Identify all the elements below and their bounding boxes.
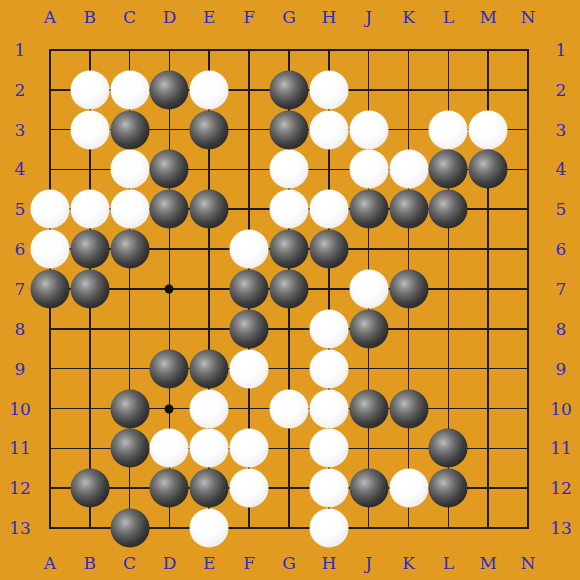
intersection-J1[interactable] <box>349 30 389 70</box>
white-stone-H13[interactable] <box>309 509 348 548</box>
intersection-M5[interactable] <box>468 189 508 229</box>
intersection-K13[interactable] <box>389 508 429 548</box>
intersection-H9[interactable] <box>309 349 349 389</box>
intersection-C6[interactable] <box>110 229 150 269</box>
intersection-K9[interactable] <box>389 349 429 389</box>
column-label: N <box>508 551 548 575</box>
column-label: K <box>389 5 429 29</box>
column-label: M <box>468 551 508 575</box>
intersection-G6[interactable] <box>269 229 309 269</box>
intersection-M1[interactable] <box>468 30 508 70</box>
intersection-B7[interactable] <box>70 269 110 309</box>
intersection-F1[interactable] <box>229 30 269 70</box>
intersection-E5[interactable] <box>189 189 229 229</box>
white-stone-F12[interactable] <box>230 469 269 508</box>
intersection-N7[interactable] <box>508 269 548 309</box>
intersection-B10[interactable] <box>70 389 110 429</box>
intersection-J10[interactable] <box>349 389 389 429</box>
intersection-N3[interactable] <box>508 110 548 150</box>
intersection-B11[interactable] <box>70 428 110 468</box>
intersection-A4[interactable] <box>30 150 70 190</box>
white-stone-G10[interactable] <box>269 389 308 428</box>
column-label: J <box>349 5 389 29</box>
column-label: A <box>30 551 70 575</box>
intersection-D10[interactable] <box>150 389 190 429</box>
intersection-N13[interactable] <box>508 508 548 548</box>
black-stone-B7[interactable] <box>70 269 109 308</box>
black-stone-A7[interactable] <box>30 269 69 308</box>
intersection-N1[interactable] <box>508 30 548 70</box>
column-label: D <box>150 5 190 29</box>
intersection-D4[interactable] <box>150 150 190 190</box>
white-stone-C2[interactable] <box>110 70 149 109</box>
intersection-J6[interactable] <box>349 229 389 269</box>
column-label: H <box>309 5 349 29</box>
intersection-K6[interactable] <box>389 229 429 269</box>
intersection-K10[interactable] <box>389 389 429 429</box>
black-stone-C3[interactable] <box>110 110 149 149</box>
black-stone-M4[interactable] <box>469 150 508 189</box>
black-stone-K7[interactable] <box>389 269 428 308</box>
white-stone-J7[interactable] <box>349 269 388 308</box>
row-label: 4 <box>549 150 573 190</box>
intersection-L11[interactable] <box>428 428 468 468</box>
intersection-A9[interactable] <box>30 349 70 389</box>
intersection-M6[interactable] <box>468 229 508 269</box>
intersection-H4[interactable] <box>309 150 349 190</box>
black-stone-K10[interactable] <box>389 389 428 428</box>
intersection-C4[interactable] <box>110 150 150 190</box>
intersection-F12[interactable] <box>229 468 269 508</box>
intersection-M12[interactable] <box>468 468 508 508</box>
black-stone-J10[interactable] <box>349 389 388 428</box>
intersection-N4[interactable] <box>508 150 548 190</box>
intersection-D1[interactable] <box>150 30 190 70</box>
column-label: F <box>229 5 269 29</box>
black-stone-D4[interactable] <box>150 150 189 189</box>
row-label: 7 <box>8 269 32 309</box>
white-stone-A5[interactable] <box>30 190 69 229</box>
black-stone-J5[interactable] <box>349 190 388 229</box>
black-stone-D9[interactable] <box>150 349 189 388</box>
intersection-A10[interactable] <box>30 389 70 429</box>
intersection-B12[interactable] <box>70 468 110 508</box>
white-stone-H9[interactable] <box>309 349 348 388</box>
intersection-F8[interactable] <box>229 309 269 349</box>
intersection-M10[interactable] <box>468 389 508 429</box>
intersection-C10[interactable] <box>110 389 150 429</box>
intersection-A7[interactable] <box>30 269 70 309</box>
black-stone-G7[interactable] <box>269 269 308 308</box>
intersection-L8[interactable] <box>428 309 468 349</box>
intersection-A13[interactable] <box>30 508 70 548</box>
intersection-N8[interactable] <box>508 309 548 349</box>
black-stone-D2[interactable] <box>150 70 189 109</box>
intersection-K11[interactable] <box>389 428 429 468</box>
column-label: N <box>508 5 548 29</box>
intersection-M3[interactable] <box>468 110 508 150</box>
column-label: D <box>150 551 190 575</box>
intersection-L10[interactable] <box>428 389 468 429</box>
row-label: 2 <box>549 70 573 110</box>
intersection-H3[interactable] <box>309 110 349 150</box>
black-stone-C6[interactable] <box>110 230 149 269</box>
black-stone-G6[interactable] <box>269 230 308 269</box>
black-stone-D5[interactable] <box>150 190 189 229</box>
column-label: F <box>229 551 269 575</box>
intersection-F9[interactable] <box>229 349 269 389</box>
intersection-C5[interactable] <box>110 189 150 229</box>
intersection-E4[interactable] <box>189 150 229 190</box>
intersection-N12[interactable] <box>508 468 548 508</box>
intersection-H6[interactable] <box>309 229 349 269</box>
intersection-A8[interactable] <box>30 309 70 349</box>
white-stone-K4[interactable] <box>389 150 428 189</box>
black-stone-C13[interactable] <box>110 509 149 548</box>
black-stone-G3[interactable] <box>269 110 308 149</box>
intersection-J13[interactable] <box>349 508 389 548</box>
column-label: E <box>189 551 229 575</box>
intersection-G8[interactable] <box>269 309 309 349</box>
intersection-D3[interactable] <box>150 110 190 150</box>
left-coordinates: 12345678910111213 <box>8 30 32 548</box>
intersection-H2[interactable] <box>309 70 349 110</box>
intersection-M13[interactable] <box>468 508 508 548</box>
intersection-M4[interactable] <box>468 150 508 190</box>
black-stone-L11[interactable] <box>429 429 468 468</box>
black-stone-B6[interactable] <box>70 230 109 269</box>
black-stone-J12[interactable] <box>349 469 388 508</box>
row-label: 12 <box>549 468 573 508</box>
column-label: L <box>428 551 468 575</box>
intersection-J9[interactable] <box>349 349 389 389</box>
white-stone-H5[interactable] <box>309 190 348 229</box>
black-stone-E9[interactable] <box>190 349 229 388</box>
intersection-K5[interactable] <box>389 189 429 229</box>
intersection-K8[interactable] <box>389 309 429 349</box>
column-label: C <box>110 5 150 29</box>
intersection-E7[interactable] <box>189 269 229 309</box>
row-label: 2 <box>8 70 32 110</box>
intersection-E9[interactable] <box>189 349 229 389</box>
black-stone-J8[interactable] <box>349 309 388 348</box>
black-stone-L12[interactable] <box>429 469 468 508</box>
white-stone-A6[interactable] <box>30 230 69 269</box>
row-label: 10 <box>8 389 32 429</box>
intersection-L5[interactable] <box>428 189 468 229</box>
column-label: J <box>349 551 389 575</box>
intersection-C9[interactable] <box>110 349 150 389</box>
column-label: H <box>309 551 349 575</box>
intersection-H10[interactable] <box>309 389 349 429</box>
intersection-D7[interactable] <box>150 269 190 309</box>
intersection-K3[interactable] <box>389 110 429 150</box>
intersection-E3[interactable] <box>189 110 229 150</box>
white-stone-L3[interactable] <box>429 110 468 149</box>
intersection-M2[interactable] <box>468 70 508 110</box>
black-stone-E5[interactable] <box>190 190 229 229</box>
intersection-D5[interactable] <box>150 189 190 229</box>
row-label: 1 <box>8 30 32 70</box>
intersection-N9[interactable] <box>508 349 548 389</box>
intersection-E12[interactable] <box>189 468 229 508</box>
intersection-N10[interactable] <box>508 389 548 429</box>
row-label: 1 <box>549 30 573 70</box>
intersection-F3[interactable] <box>229 110 269 150</box>
white-stone-H8[interactable] <box>309 309 348 348</box>
intersection-M9[interactable] <box>468 349 508 389</box>
intersection-F4[interactable] <box>229 150 269 190</box>
intersection-L6[interactable] <box>428 229 468 269</box>
intersection-J8[interactable] <box>349 309 389 349</box>
row-label: 6 <box>8 229 32 269</box>
column-label: L <box>428 5 468 29</box>
intersection-C2[interactable] <box>110 70 150 110</box>
white-stone-M3[interactable] <box>469 110 508 149</box>
intersection-A11[interactable] <box>30 428 70 468</box>
black-stone-H6[interactable] <box>309 230 348 269</box>
white-stone-H3[interactable] <box>309 110 348 149</box>
row-label: 3 <box>549 110 573 150</box>
row-label: 5 <box>8 189 32 229</box>
intersection-A1[interactable] <box>30 30 70 70</box>
black-stone-L5[interactable] <box>429 190 468 229</box>
intersection-B13[interactable] <box>70 508 110 548</box>
intersection-B3[interactable] <box>70 110 110 150</box>
intersection-N11[interactable] <box>508 428 548 468</box>
intersection-J3[interactable] <box>349 110 389 150</box>
intersection-H12[interactable] <box>309 468 349 508</box>
intersection-L7[interactable] <box>428 269 468 309</box>
board-grid <box>30 30 548 548</box>
row-label: 8 <box>8 309 32 349</box>
column-label: E <box>189 5 229 29</box>
intersection-J11[interactable] <box>349 428 389 468</box>
intersection-G9[interactable] <box>269 349 309 389</box>
row-label: 8 <box>549 309 573 349</box>
intersection-F10[interactable] <box>229 389 269 429</box>
row-label: 9 <box>8 349 32 389</box>
intersection-H5[interactable] <box>309 189 349 229</box>
row-label: 4 <box>8 150 32 190</box>
intersection-C3[interactable] <box>110 110 150 150</box>
intersection-E6[interactable] <box>189 229 229 269</box>
intersection-M8[interactable] <box>468 309 508 349</box>
intersection-F7[interactable] <box>229 269 269 309</box>
intersection-L13[interactable] <box>428 508 468 548</box>
white-stone-D11[interactable] <box>150 429 189 468</box>
intersection-G5[interactable] <box>269 189 309 229</box>
intersection-K12[interactable] <box>389 468 429 508</box>
intersection-B5[interactable] <box>70 189 110 229</box>
intersection-F13[interactable] <box>229 508 269 548</box>
intersection-M11[interactable] <box>468 428 508 468</box>
intersection-B2[interactable] <box>70 70 110 110</box>
intersection-D6[interactable] <box>150 229 190 269</box>
intersection-M7[interactable] <box>468 269 508 309</box>
intersection-J7[interactable] <box>349 269 389 309</box>
intersection-J4[interactable] <box>349 150 389 190</box>
intersection-B6[interactable] <box>70 229 110 269</box>
column-label: C <box>110 551 150 575</box>
white-stone-B3[interactable] <box>70 110 109 149</box>
intersection-F2[interactable] <box>229 70 269 110</box>
row-label: 13 <box>8 508 32 548</box>
row-label: 12 <box>8 468 32 508</box>
intersection-N2[interactable] <box>508 70 548 110</box>
intersection-D2[interactable] <box>150 70 190 110</box>
white-stone-F11[interactable] <box>230 429 269 468</box>
intersection-A5[interactable] <box>30 189 70 229</box>
row-label: 13 <box>549 508 573 548</box>
column-label: B <box>70 551 110 575</box>
white-stone-H10[interactable] <box>309 389 348 428</box>
white-stone-H2[interactable] <box>309 70 348 109</box>
black-stone-C11[interactable] <box>110 429 149 468</box>
intersection-G10[interactable] <box>269 389 309 429</box>
intersection-G3[interactable] <box>269 110 309 150</box>
row-label: 9 <box>549 349 573 389</box>
white-stone-H11[interactable] <box>309 429 348 468</box>
white-stone-B2[interactable] <box>70 70 109 109</box>
intersection-J5[interactable] <box>349 189 389 229</box>
row-label: 6 <box>549 229 573 269</box>
black-stone-L4[interactable] <box>429 150 468 189</box>
go-board-screenshot: ABCDEFGHJKLMN ABCDEFGHJKLMN 123456789101… <box>0 0 580 580</box>
column-label: G <box>269 551 309 575</box>
black-stone-B12[interactable] <box>70 469 109 508</box>
intersection-H7[interactable] <box>309 269 349 309</box>
intersection-C13[interactable] <box>110 508 150 548</box>
intersection-A12[interactable] <box>30 468 70 508</box>
intersection-J12[interactable] <box>349 468 389 508</box>
intersection-D8[interactable] <box>150 309 190 349</box>
intersection-H13[interactable] <box>309 508 349 548</box>
intersection-C1[interactable] <box>110 30 150 70</box>
intersection-G2[interactable] <box>269 70 309 110</box>
intersection-B8[interactable] <box>70 309 110 349</box>
intersection-G13[interactable] <box>269 508 309 548</box>
white-stone-E10[interactable] <box>190 389 229 428</box>
white-stone-C4[interactable] <box>110 150 149 189</box>
black-stone-G2[interactable] <box>269 70 308 109</box>
intersection-G7[interactable] <box>269 269 309 309</box>
intersection-E11[interactable] <box>189 428 229 468</box>
intersection-K7[interactable] <box>389 269 429 309</box>
intersection-L12[interactable] <box>428 468 468 508</box>
row-label: 11 <box>8 428 32 468</box>
intersection-N5[interactable] <box>508 189 548 229</box>
intersection-E2[interactable] <box>189 70 229 110</box>
intersection-F6[interactable] <box>229 229 269 269</box>
intersection-E10[interactable] <box>189 389 229 429</box>
black-stone-D12[interactable] <box>150 469 189 508</box>
intersection-F11[interactable] <box>229 428 269 468</box>
white-stone-E11[interactable] <box>190 429 229 468</box>
intersection-E13[interactable] <box>189 508 229 548</box>
white-stone-J3[interactable] <box>349 110 388 149</box>
black-stone-F8[interactable] <box>230 309 269 348</box>
intersection-L2[interactable] <box>428 70 468 110</box>
intersection-C8[interactable] <box>110 309 150 349</box>
column-label: K <box>389 551 429 575</box>
intersection-B4[interactable] <box>70 150 110 190</box>
row-label: 7 <box>549 269 573 309</box>
white-stone-B5[interactable] <box>70 190 109 229</box>
top-coordinates: ABCDEFGHJKLMN <box>30 5 548 29</box>
intersection-E8[interactable] <box>189 309 229 349</box>
white-stone-H12[interactable] <box>309 469 348 508</box>
intersection-L9[interactable] <box>428 349 468 389</box>
black-stone-C10[interactable] <box>110 389 149 428</box>
intersection-C12[interactable] <box>110 468 150 508</box>
intersection-B9[interactable] <box>70 349 110 389</box>
intersection-G12[interactable] <box>269 468 309 508</box>
intersection-C7[interactable] <box>110 269 150 309</box>
column-label: G <box>269 5 309 29</box>
star-point <box>165 284 174 293</box>
intersection-K2[interactable] <box>389 70 429 110</box>
intersection-K4[interactable] <box>389 150 429 190</box>
intersection-H8[interactable] <box>309 309 349 349</box>
intersection-D12[interactable] <box>150 468 190 508</box>
black-stone-K5[interactable] <box>389 190 428 229</box>
intersection-L1[interactable] <box>428 30 468 70</box>
white-stone-G5[interactable] <box>269 190 308 229</box>
row-label: 11 <box>549 428 573 468</box>
white-stone-G4[interactable] <box>269 150 308 189</box>
intersection-D13[interactable] <box>150 508 190 548</box>
white-stone-F9[interactable] <box>230 349 269 388</box>
white-stone-E2[interactable] <box>190 70 229 109</box>
intersection-A2[interactable] <box>30 70 70 110</box>
intersection-G4[interactable] <box>269 150 309 190</box>
column-label: B <box>70 5 110 29</box>
intersection-B1[interactable] <box>70 30 110 70</box>
black-stone-E12[interactable] <box>190 469 229 508</box>
row-label: 5 <box>549 189 573 229</box>
intersection-A6[interactable] <box>30 229 70 269</box>
black-stone-E3[interactable] <box>190 110 229 149</box>
column-label: A <box>30 5 70 29</box>
intersection-L4[interactable] <box>428 150 468 190</box>
row-label: 10 <box>549 389 573 429</box>
intersection-D9[interactable] <box>150 349 190 389</box>
intersection-J2[interactable] <box>349 70 389 110</box>
intersection-N6[interactable] <box>508 229 548 269</box>
intersection-H11[interactable] <box>309 428 349 468</box>
intersection-F5[interactable] <box>229 189 269 229</box>
intersection-A3[interactable] <box>30 110 70 150</box>
bottom-coordinates: ABCDEFGHJKLMN <box>30 551 548 575</box>
intersection-G11[interactable] <box>269 428 309 468</box>
intersection-C11[interactable] <box>110 428 150 468</box>
white-stone-E13[interactable] <box>190 509 229 548</box>
right-coordinates: 12345678910111213 <box>549 30 573 548</box>
row-label: 3 <box>8 110 32 150</box>
white-stone-C5[interactable] <box>110 190 149 229</box>
intersection-H1[interactable] <box>309 30 349 70</box>
black-stone-F7[interactable] <box>230 269 269 308</box>
intersection-D11[interactable] <box>150 428 190 468</box>
white-stone-K12[interactable] <box>389 469 428 508</box>
white-stone-J4[interactable] <box>349 150 388 189</box>
white-stone-F6[interactable] <box>230 230 269 269</box>
intersection-L3[interactable] <box>428 110 468 150</box>
intersection-G1[interactable] <box>269 30 309 70</box>
intersection-K1[interactable] <box>389 30 429 70</box>
intersection-E1[interactable] <box>189 30 229 70</box>
